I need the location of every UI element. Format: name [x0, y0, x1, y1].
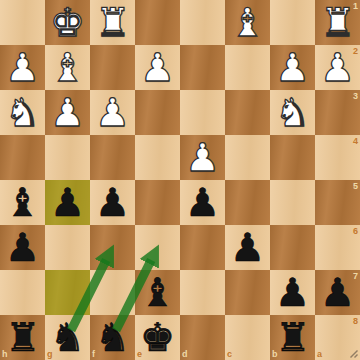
square-a2[interactable]: ♟2	[315, 45, 360, 90]
square-d8[interactable]: d	[180, 315, 225, 360]
square-g5[interactable]: ♟	[45, 180, 90, 225]
rank-label-8: 8	[353, 316, 358, 326]
white-knight[interactable]: ♞	[270, 90, 315, 135]
black-knight[interactable]: ♞	[90, 315, 135, 360]
black-pawn[interactable]: ♟	[0, 225, 45, 270]
square-f7[interactable]	[90, 270, 135, 315]
black-king[interactable]: ♚	[135, 315, 180, 360]
square-g2[interactable]: ♝	[45, 45, 90, 90]
black-pawn[interactable]: ♟	[225, 225, 270, 270]
black-pawn[interactable]: ♟	[90, 180, 135, 225]
square-h4[interactable]	[0, 135, 45, 180]
white-pawn[interactable]: ♟	[315, 45, 360, 90]
square-f1[interactable]: ♜	[90, 0, 135, 45]
white-pawn[interactable]: ♟	[135, 45, 180, 90]
square-g3[interactable]: ♟	[45, 90, 90, 135]
square-b7[interactable]: ♟	[270, 270, 315, 315]
file-label-c: c	[227, 349, 232, 359]
square-c4[interactable]	[225, 135, 270, 180]
square-g1[interactable]: ♚	[45, 0, 90, 45]
black-knight[interactable]: ♞	[45, 315, 90, 360]
square-g4[interactable]	[45, 135, 90, 180]
square-h6[interactable]: ♟	[0, 225, 45, 270]
square-a3[interactable]: 3	[315, 90, 360, 135]
square-b1[interactable]	[270, 0, 315, 45]
square-e4[interactable]	[135, 135, 180, 180]
square-e3[interactable]	[135, 90, 180, 135]
square-a6[interactable]: 6	[315, 225, 360, 270]
board-grid: ♚♜♝♜1♟♝♟♟♟2♞♟♟♞3♟4♝♟♟♟5♟♟6♝♟♟7♜h♞g♞f♚edc…	[0, 0, 360, 360]
square-h5[interactable]: ♝	[0, 180, 45, 225]
square-e5[interactable]	[135, 180, 180, 225]
square-d1[interactable]	[180, 0, 225, 45]
black-pawn[interactable]: ♟	[45, 180, 90, 225]
white-pawn[interactable]: ♟	[270, 45, 315, 90]
square-b8[interactable]: ♜b	[270, 315, 315, 360]
black-bishop[interactable]: ♝	[135, 270, 180, 315]
square-h8[interactable]: ♜h	[0, 315, 45, 360]
square-h7[interactable]	[0, 270, 45, 315]
square-e2[interactable]: ♟	[135, 45, 180, 90]
white-bishop[interactable]: ♝	[45, 45, 90, 90]
square-e6[interactable]	[135, 225, 180, 270]
white-pawn[interactable]: ♟	[90, 90, 135, 135]
square-f3[interactable]: ♟	[90, 90, 135, 135]
square-a5[interactable]: 5	[315, 180, 360, 225]
square-e1[interactable]	[135, 0, 180, 45]
square-b6[interactable]	[270, 225, 315, 270]
square-g7[interactable]	[45, 270, 90, 315]
square-d6[interactable]	[180, 225, 225, 270]
square-h3[interactable]: ♞	[0, 90, 45, 135]
square-e8[interactable]: ♚e	[135, 315, 180, 360]
square-d2[interactable]	[180, 45, 225, 90]
square-c5[interactable]	[225, 180, 270, 225]
black-rook[interactable]: ♜	[270, 315, 315, 360]
square-g6[interactable]	[45, 225, 90, 270]
white-pawn[interactable]: ♟	[45, 90, 90, 135]
rank-label-3: 3	[353, 91, 358, 101]
square-f5[interactable]: ♟	[90, 180, 135, 225]
square-g8[interactable]: ♞g	[45, 315, 90, 360]
black-pawn[interactable]: ♟	[180, 180, 225, 225]
square-d5[interactable]: ♟	[180, 180, 225, 225]
rank-label-4: 4	[353, 136, 358, 146]
rank-label-5: 5	[353, 181, 358, 191]
black-pawn[interactable]: ♟	[315, 270, 360, 315]
white-pawn[interactable]: ♟	[180, 135, 225, 180]
white-knight[interactable]: ♞	[0, 90, 45, 135]
file-label-a: a	[317, 349, 322, 359]
square-f6[interactable]	[90, 225, 135, 270]
square-a8[interactable]: a8	[315, 315, 360, 360]
square-a4[interactable]: 4	[315, 135, 360, 180]
file-label-d: d	[182, 349, 188, 359]
square-c6[interactable]: ♟	[225, 225, 270, 270]
square-c7[interactable]	[225, 270, 270, 315]
square-b3[interactable]: ♞	[270, 90, 315, 135]
square-f8[interactable]: ♞f	[90, 315, 135, 360]
white-king[interactable]: ♚	[45, 0, 90, 45]
square-d3[interactable]	[180, 90, 225, 135]
square-h2[interactable]: ♟	[0, 45, 45, 90]
chess-board: ♚♜♝♜1♟♝♟♟♟2♞♟♟♞3♟4♝♟♟♟5♟♟6♝♟♟7♜h♞g♞f♚edc…	[0, 0, 360, 360]
white-rook[interactable]: ♜	[315, 0, 360, 45]
black-bishop[interactable]: ♝	[0, 180, 45, 225]
square-c3[interactable]	[225, 90, 270, 135]
square-d7[interactable]	[180, 270, 225, 315]
square-d4[interactable]: ♟	[180, 135, 225, 180]
square-a1[interactable]: ♜1	[315, 0, 360, 45]
square-c2[interactable]	[225, 45, 270, 90]
square-b4[interactable]	[270, 135, 315, 180]
rank-label-6: 6	[353, 226, 358, 236]
black-rook[interactable]: ♜	[0, 315, 45, 360]
square-c1[interactable]: ♝	[225, 0, 270, 45]
square-c8[interactable]: c	[225, 315, 270, 360]
square-f2[interactable]	[90, 45, 135, 90]
square-f4[interactable]	[90, 135, 135, 180]
black-pawn[interactable]: ♟	[270, 270, 315, 315]
square-e7[interactable]: ♝	[135, 270, 180, 315]
square-b2[interactable]: ♟	[270, 45, 315, 90]
square-a7[interactable]: ♟7	[315, 270, 360, 315]
white-rook[interactable]: ♜	[90, 0, 135, 45]
square-b5[interactable]	[270, 180, 315, 225]
white-bishop[interactable]: ♝	[225, 0, 270, 45]
square-h1[interactable]	[0, 0, 45, 45]
white-pawn[interactable]: ♟	[0, 45, 45, 90]
